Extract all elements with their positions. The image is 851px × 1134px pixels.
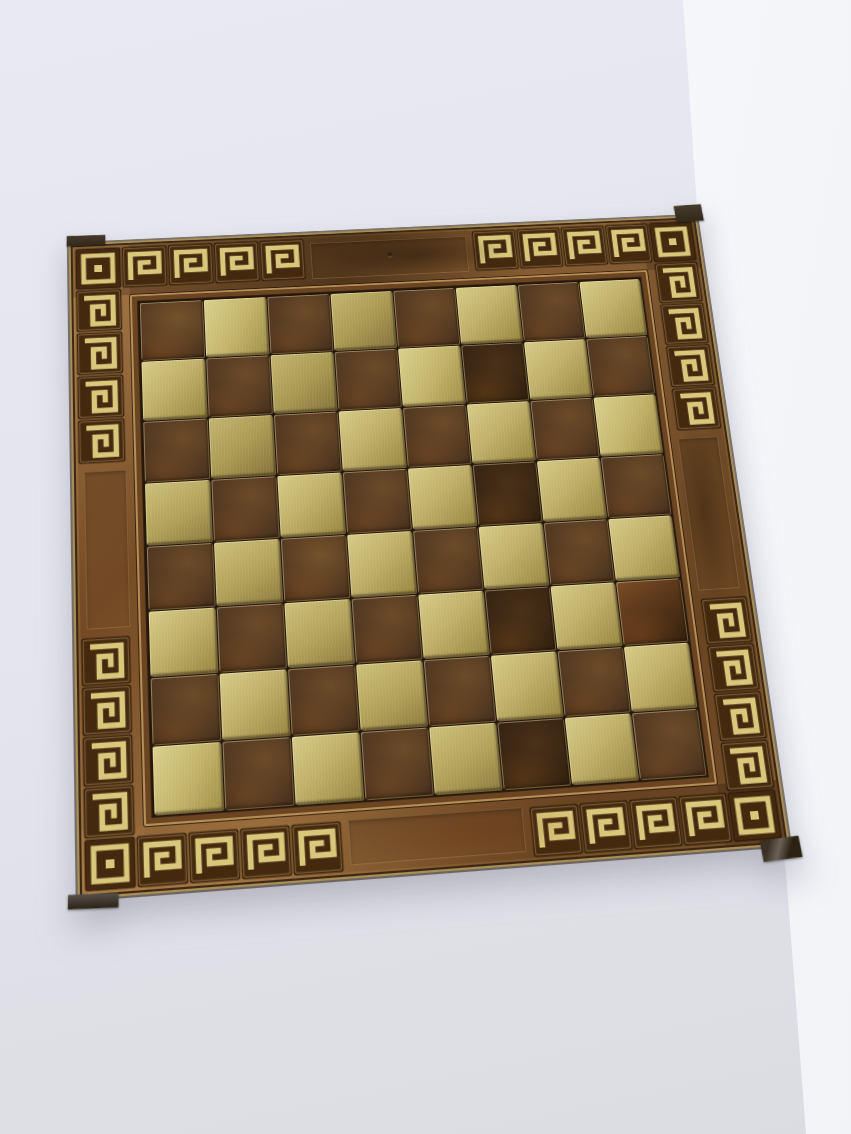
square-f3[interactable] — [485, 586, 556, 653]
greek-key-icon — [604, 223, 654, 265]
greek-key-icon — [706, 642, 761, 693]
greek-key-unit — [528, 803, 583, 858]
square-a7[interactable] — [141, 359, 206, 421]
greek-key-unit — [136, 832, 190, 889]
square-g5[interactable] — [537, 458, 606, 521]
square-h8[interactable] — [579, 279, 646, 337]
square-d7[interactable] — [335, 349, 401, 410]
square-g4[interactable] — [544, 519, 614, 584]
border-panel-top — [310, 236, 469, 279]
square-b2[interactable] — [220, 669, 290, 739]
greek-key-unit — [515, 227, 564, 270]
greek-key-unit — [290, 820, 344, 876]
square-a8[interactable] — [140, 300, 204, 360]
square-e7[interactable] — [398, 346, 465, 407]
greek-key-icon — [677, 792, 733, 847]
square-b1[interactable] — [222, 737, 293, 809]
square-b4[interactable] — [214, 539, 282, 606]
greek-key-icon — [75, 288, 123, 333]
greek-key-icon — [628, 796, 684, 851]
square-b7[interactable] — [206, 355, 272, 416]
greek-key-icon — [700, 595, 754, 645]
square-d4[interactable] — [347, 531, 416, 597]
square-d5[interactable] — [343, 469, 411, 533]
greek-key-icon — [136, 832, 190, 889]
square-g8[interactable] — [518, 282, 585, 340]
greek-key-unit — [726, 788, 782, 842]
greek-key-unit — [82, 733, 134, 787]
square-c7[interactable] — [271, 352, 337, 413]
greek-key-icon — [77, 374, 126, 420]
square-g3[interactable] — [551, 582, 622, 649]
corner-bracket-top-left — [67, 235, 106, 246]
square-h2[interactable] — [624, 643, 696, 712]
photo-backdrop — [0, 0, 851, 1134]
greek-key-unit — [187, 828, 241, 884]
square-c5[interactable] — [277, 472, 345, 536]
square-h5[interactable] — [601, 454, 671, 517]
square-a6[interactable] — [143, 419, 209, 482]
square-f1[interactable] — [497, 718, 570, 789]
corner-medallion-icon — [75, 247, 122, 291]
square-d1[interactable] — [361, 728, 433, 800]
square-a5[interactable] — [145, 480, 212, 545]
greek-key-icon — [187, 828, 241, 884]
greek-key-unit — [83, 784, 136, 839]
square-f8[interactable] — [456, 285, 522, 344]
greek-key-unit — [76, 331, 124, 377]
square-e1[interactable] — [429, 723, 501, 794]
greek-key-icon — [80, 635, 131, 687]
greek-key-icon — [258, 238, 306, 281]
square-c4[interactable] — [281, 535, 350, 601]
square-f5[interactable] — [473, 461, 542, 525]
greek-key-icon — [83, 784, 136, 839]
greek-key-unit — [700, 595, 754, 645]
greek-key-unit — [77, 417, 126, 464]
greek-key-unit — [659, 302, 710, 346]
greek-key-unit — [75, 247, 122, 291]
square-b3[interactable] — [217, 603, 286, 671]
square-d6[interactable] — [339, 408, 406, 470]
square-f6[interactable] — [467, 401, 535, 463]
greek-key-unit — [560, 225, 609, 267]
greek-key-unit — [258, 238, 306, 281]
square-a3[interactable] — [149, 608, 218, 677]
greek-key-unit — [604, 223, 654, 265]
greek-key-icon — [213, 240, 261, 283]
square-f4[interactable] — [479, 523, 549, 588]
greek-key-unit — [471, 229, 520, 272]
square-g7[interactable] — [524, 339, 591, 399]
square-e2[interactable] — [424, 656, 495, 725]
square-h6[interactable] — [594, 394, 663, 455]
greek-key-unit — [713, 690, 768, 742]
square-h1[interactable] — [632, 709, 706, 780]
greek-key-unit — [80, 635, 131, 687]
greek-key-unit — [653, 261, 703, 304]
greek-key-unit — [706, 642, 761, 693]
greek-key-unit — [77, 374, 126, 420]
corner-medallion-icon — [84, 836, 137, 893]
square-e8[interactable] — [393, 288, 459, 347]
greek-key-icon — [290, 820, 344, 876]
square-b5[interactable] — [211, 476, 278, 541]
square-h4[interactable] — [608, 515, 679, 580]
square-a2[interactable] — [151, 674, 221, 745]
greek-key-icon — [659, 302, 710, 346]
square-f2[interactable] — [491, 651, 563, 720]
greek-key-icon — [239, 824, 293, 880]
square-d2[interactable] — [356, 660, 427, 730]
corner-bracket-top-right — [674, 204, 704, 223]
corner-medallion-icon — [726, 788, 782, 842]
square-e6[interactable] — [403, 405, 471, 467]
greek-key-unit — [213, 240, 261, 283]
greek-key-unit — [75, 288, 123, 333]
greek-key-icon — [665, 343, 716, 388]
square-d8[interactable] — [331, 291, 396, 350]
corner-bracket-bottom-left — [68, 893, 119, 910]
greek-key-icon — [515, 227, 564, 270]
greek-key-icon — [167, 243, 215, 287]
greek-key-icon — [121, 245, 169, 289]
greek-key-segment-left-bottom — [80, 635, 135, 840]
greek-key-icon — [720, 739, 776, 792]
square-e5[interactable] — [408, 465, 476, 529]
board-grid — [138, 277, 708, 817]
square-d3[interactable] — [352, 595, 422, 663]
square-f7[interactable] — [461, 342, 528, 402]
greek-key-icon — [671, 386, 723, 432]
chessboard — [69, 216, 790, 900]
greek-key-icon — [76, 331, 124, 377]
square-e3[interactable] — [418, 591, 488, 659]
square-e4[interactable] — [413, 527, 482, 593]
greek-key-icon — [81, 684, 133, 737]
greek-key-unit — [84, 836, 137, 893]
square-b8[interactable] — [204, 297, 269, 357]
greek-key-unit — [578, 799, 634, 854]
greek-key-icon — [653, 261, 703, 304]
greek-key-unit — [648, 221, 698, 263]
square-c6[interactable] — [274, 412, 341, 475]
square-a1[interactable] — [153, 742, 224, 815]
square-g6[interactable] — [530, 398, 598, 460]
greek-key-icon — [528, 803, 583, 858]
greek-key-icon — [471, 229, 520, 272]
border-panel-left — [84, 470, 130, 630]
square-h7[interactable] — [586, 336, 654, 396]
square-c8[interactable] — [267, 294, 332, 353]
board-frame — [69, 216, 790, 900]
greek-key-icon — [560, 225, 609, 267]
greek-key-unit — [720, 739, 776, 792]
greek-key-unit — [81, 684, 133, 737]
greek-key-unit — [671, 386, 723, 432]
greek-key-icon — [77, 417, 126, 464]
greek-key-icon — [578, 799, 634, 854]
square-c1[interactable] — [292, 732, 363, 804]
square-h3[interactable] — [616, 578, 687, 645]
square-g2[interactable] — [558, 647, 630, 716]
corner-medallion-icon — [648, 221, 698, 263]
square-b6[interactable] — [209, 415, 275, 478]
greek-key-icon — [82, 733, 134, 787]
greek-key-unit — [239, 824, 293, 880]
square-c2[interactable] — [288, 665, 358, 735]
greek-key-unit — [677, 792, 733, 847]
greek-key-unit — [167, 243, 215, 287]
greek-key-unit — [628, 796, 684, 851]
square-a4[interactable] — [147, 543, 215, 610]
greek-key-icon — [713, 690, 768, 742]
greek-key-unit — [665, 343, 716, 388]
square-c3[interactable] — [284, 599, 354, 667]
square-g1[interactable] — [565, 713, 638, 784]
greek-key-unit — [121, 245, 169, 289]
greek-key-segment-left-top — [75, 288, 126, 464]
